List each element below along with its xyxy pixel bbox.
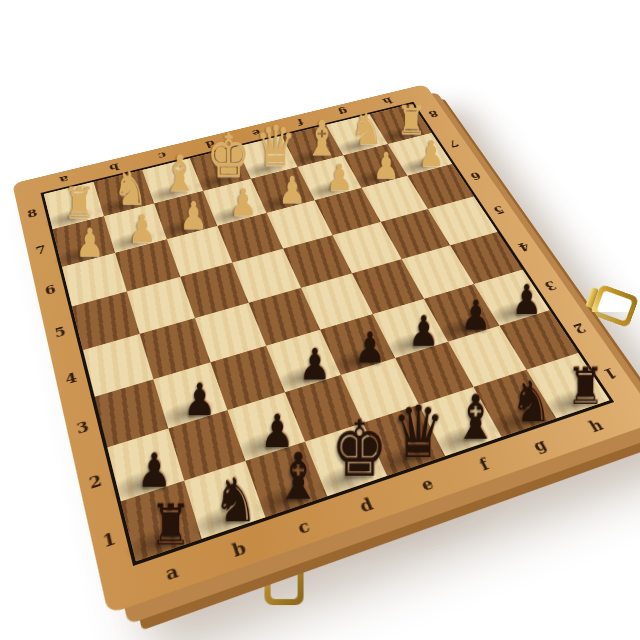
white-pawn-g7[interactable]: ♟ <box>372 147 399 183</box>
file-label-g: g <box>529 435 550 456</box>
brass-latch-icon <box>264 547 303 605</box>
rank-label-right-8: 8 <box>426 108 440 119</box>
file-label-a: a <box>163 560 181 585</box>
black-pawn-f3[interactable]: ♟ <box>407 310 438 352</box>
rank-label-left-1: 1 <box>101 528 118 552</box>
rank-label-left-2: 2 <box>87 471 103 493</box>
rank-label-right-7: 7 <box>446 138 461 150</box>
playing-area: ♜♞♝♚♛♝♞♜♟♟♟♟♟♟♟♟♟♟♟♟♟♟♟♟♜♞♝♚♛♝♞♜ <box>41 102 615 566</box>
rank-label-left-6: 6 <box>44 282 58 298</box>
square-d3[interactable]: ♟ <box>266 330 341 392</box>
white-pawn-c7[interactable]: ♟ <box>179 196 207 234</box>
black-knight-g1[interactable]: ♞ <box>510 374 551 430</box>
file-label-e: e <box>418 473 437 495</box>
black-pawn-g3[interactable]: ♟ <box>460 294 491 336</box>
black-rook-h1[interactable]: ♜ <box>566 361 603 412</box>
black-queen-e1[interactable]: ♛ <box>391 397 444 469</box>
black-pawn-e3[interactable]: ♟ <box>354 326 385 369</box>
black-bishop-f1[interactable]: ♝ <box>453 388 498 450</box>
rank-label-left-7: 7 <box>35 243 48 258</box>
rank-label-left-5: 5 <box>53 324 67 341</box>
rank-label-right-6: 6 <box>468 169 484 182</box>
white-pawn-d7[interactable]: ♟ <box>229 183 257 221</box>
white-pawn-e7[interactable]: ♟ <box>278 171 305 208</box>
rank-label-left-8: 8 <box>26 207 38 221</box>
black-knight-b1[interactable]: ♞ <box>213 470 258 531</box>
file-label-f: f <box>476 454 492 474</box>
square-a1[interactable]: ♜ <box>121 481 202 561</box>
rank-label-right-3: 3 <box>542 278 560 294</box>
white-queen-e8[interactable]: ♛ <box>255 119 296 175</box>
white-pawn-a7[interactable]: ♟ <box>75 223 104 262</box>
rank-label-left-3: 3 <box>75 418 91 438</box>
square-b1[interactable]: ♞ <box>184 461 265 539</box>
black-pawn-b3[interactable]: ♟ <box>183 377 216 422</box>
black-pawn-a2[interactable]: ♟ <box>136 447 171 494</box>
perspective-scene: abcdefgh abcdefgh 87654321 87654321 ♜♞♝♚… <box>0 0 640 640</box>
black-bishop-c1[interactable]: ♝ <box>274 445 321 510</box>
rank-label-left-4: 4 <box>64 369 79 388</box>
white-king-d8[interactable]: ♚ <box>206 127 250 187</box>
white-pawn-b7[interactable]: ♟ <box>128 209 156 248</box>
file-label-c: c <box>295 515 313 538</box>
file-label-b: b <box>230 537 249 561</box>
black-rook-a1[interactable]: ♜ <box>149 497 191 554</box>
brass-latch-icon <box>583 281 639 328</box>
white-pawn-h7[interactable]: ♟ <box>418 136 444 172</box>
black-king-d1[interactable]: ♚ <box>330 411 387 489</box>
black-pawn-h3[interactable]: ♟ <box>511 279 541 320</box>
file-label-d: d <box>356 494 376 517</box>
white-bishop-c8[interactable]: ♝ <box>161 149 197 199</box>
rank-label-right-4: 4 <box>515 239 532 254</box>
rank-label-right-5: 5 <box>491 203 507 217</box>
file-label-h: h <box>585 415 606 435</box>
white-pawn-f7[interactable]: ♟ <box>326 159 353 196</box>
product-photo: abcdefgh abcdefgh 87654321 87654321 ♜♞♝♚… <box>0 0 640 640</box>
white-rook-a8[interactable]: ♜ <box>63 181 95 224</box>
white-knight-b8[interactable]: ♞ <box>113 165 147 212</box>
rank-label-right-2: 2 <box>570 319 589 336</box>
chess-board-frame: abcdefgh abcdefgh 87654321 87654321 ♜♞♝♚… <box>12 84 640 614</box>
black-pawn-d3[interactable]: ♟ <box>298 342 330 385</box>
